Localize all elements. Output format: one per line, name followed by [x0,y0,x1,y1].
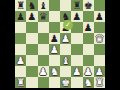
square-b1[interactable] [26,77,37,88]
square-f5[interactable] [71,33,82,44]
square-b2[interactable] [26,66,37,77]
piece-black-pawn-d5[interactable]: ♟ [50,33,59,43]
square-d1[interactable] [49,77,60,88]
piece-white-pawn-h2[interactable]: ♟ [95,66,104,76]
piece-white-pawn-d4[interactable]: ♟ [50,44,59,54]
piece-black-pawn-h7[interactable]: ♟ [95,11,104,21]
piece-white-knight-d2[interactable]: ♞ [50,66,59,76]
square-b6[interactable] [26,22,37,33]
square-c2[interactable]: ♟ [38,66,49,77]
piece-white-knight-g1[interactable]: ♞ [84,77,93,87]
square-g5[interactable] [83,33,94,44]
piece-black-pawn-f7[interactable]: ♟ [72,11,81,21]
square-f7[interactable]: ♟ [71,11,82,22]
square-g8[interactable]: ♚ [83,0,94,11]
square-b7[interactable]: ♟ [26,11,37,22]
piece-white-pawn-g2[interactable]: ♟ [84,66,93,76]
square-c4[interactable] [38,44,49,55]
square-h1[interactable]: ♜ [94,77,105,88]
piece-black-rook-a8[interactable]: ♜ [16,0,25,10]
letterbox-right [105,0,120,90]
square-h4[interactable] [94,44,105,55]
piece-white-king-e1[interactable]: ♚ [61,77,70,87]
square-g4[interactable] [83,44,94,55]
square-h7[interactable]: ♟ [94,11,105,22]
piece-white-rook-a1[interactable]: ♜ [16,77,25,87]
square-c7[interactable]: ♛ [38,11,49,22]
piece-black-pawn-a7[interactable]: ♟ [16,11,25,21]
piece-white-bishop-e3[interactable]: ♝ [61,55,70,65]
square-d7[interactable] [49,11,60,22]
square-f4[interactable] [71,44,82,55]
piece-white-pawn-e5[interactable]: ♟ [61,33,70,43]
piece-black-pawn-b7[interactable]: ♟ [27,11,36,21]
square-b5[interactable] [26,33,37,44]
move-classification-badge: ✓ [63,20,73,30]
piece-black-bishop-c8[interactable]: ♝ [39,0,48,10]
piece-black-queen-c7[interactable]: ♛ [39,11,48,21]
square-a1[interactable]: ♜ [15,77,26,88]
square-b3[interactable] [26,55,37,66]
square-a7[interactable]: ♟ [15,11,26,22]
piece-white-rook-h1[interactable]: ♜ [95,77,104,87]
square-c1[interactable] [38,77,49,88]
piece-white-queen-h5[interactable]: ♛ [95,33,104,43]
piece-black-pawn-g6[interactable]: ♟ [84,22,93,32]
square-b4[interactable] [26,44,37,55]
chess-board: ♜♞♝♜♚♟♟♛♞♟♟♟♟♟♟♛♟♟♝♟♞♟♟♟♜♚♞♜ [15,0,105,88]
square-e1[interactable]: ♚ [60,77,71,88]
piece-black-king-g8[interactable]: ♚ [84,0,93,10]
square-f1[interactable] [71,77,82,88]
letterbox-left [0,0,15,90]
square-d8[interactable] [49,0,60,11]
square-g1[interactable]: ♞ [83,77,94,88]
piece-white-pawn-c2[interactable]: ♟ [39,66,48,76]
piece-white-pawn-a3[interactable]: ♟ [16,55,25,65]
piece-black-knight-b8[interactable]: ♞ [27,0,36,10]
square-e3[interactable]: ♝ [60,55,71,66]
square-a3[interactable]: ♟ [15,55,26,66]
piece-black-rook-f8[interactable]: ♜ [72,0,81,10]
square-c5[interactable] [38,33,49,44]
square-f2[interactable]: ♟ [71,66,82,77]
square-a6[interactable] [15,22,26,33]
square-e5[interactable]: ♟ [60,33,71,44]
piece-white-pawn-f2[interactable]: ♟ [72,66,81,76]
square-a5[interactable] [15,33,26,44]
square-g6[interactable]: ♟ [83,22,94,33]
square-c6[interactable] [38,22,49,33]
square-h5[interactable]: ♛ [94,33,105,44]
square-d4[interactable]: ♟ [49,44,60,55]
game-stage: ♜♞♝♜♚♟♟♛♞♟♟♟♟♟♟♛♟♟♝♟♞♟♟♟♜♚♞♜ ✓ [0,0,120,90]
square-d2[interactable]: ♞ [49,66,60,77]
